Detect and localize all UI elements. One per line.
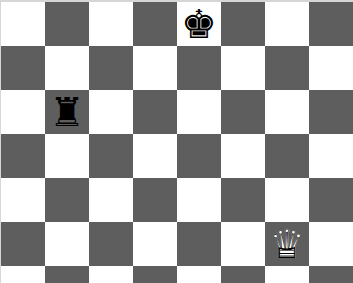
square-h3[interactable] (309, 222, 353, 266)
square-b3[interactable] (45, 222, 89, 266)
square-c2[interactable] (89, 266, 133, 283)
square-f3[interactable] (221, 222, 265, 266)
square-g8[interactable] (265, 2, 309, 46)
square-h2[interactable] (309, 266, 353, 283)
square-h4[interactable] (309, 178, 353, 222)
square-b4[interactable] (45, 178, 89, 222)
square-d6[interactable] (133, 90, 177, 134)
black-king[interactable]: ♚ (177, 2, 221, 46)
square-g5[interactable] (265, 134, 309, 178)
square-c7[interactable] (89, 46, 133, 90)
square-f7[interactable] (221, 46, 265, 90)
white-queen[interactable]: ♛♕ (265, 222, 309, 266)
square-a2[interactable] (1, 266, 45, 283)
square-c5[interactable] (89, 134, 133, 178)
square-h8[interactable] (309, 2, 353, 46)
square-f8[interactable] (221, 2, 265, 46)
square-a3[interactable] (1, 222, 45, 266)
square-f2[interactable] (221, 266, 265, 283)
square-b6[interactable]: ♜ (45, 90, 89, 134)
square-d3[interactable] (133, 222, 177, 266)
white-queen-outline-glyph: ♕ (265, 222, 309, 266)
square-c6[interactable] (89, 90, 133, 134)
square-a7[interactable] (1, 46, 45, 90)
square-c8[interactable] (89, 2, 133, 46)
square-e6[interactable] (177, 90, 221, 134)
square-g4[interactable] (265, 178, 309, 222)
square-a5[interactable] (1, 134, 45, 178)
square-g6[interactable] (265, 90, 309, 134)
square-d8[interactable] (133, 2, 177, 46)
square-h5[interactable] (309, 134, 353, 178)
square-f5[interactable] (221, 134, 265, 178)
square-a6[interactable] (1, 90, 45, 134)
square-f4[interactable] (221, 178, 265, 222)
square-e7[interactable] (177, 46, 221, 90)
chess-board: ♚♜♛♕ (1, 2, 353, 283)
square-e3[interactable] (177, 222, 221, 266)
square-d4[interactable] (133, 178, 177, 222)
square-b7[interactable] (45, 46, 89, 90)
square-b5[interactable] (45, 134, 89, 178)
black-king-glyph: ♚ (177, 2, 221, 46)
square-g3[interactable]: ♛♕ (265, 222, 309, 266)
black-rook-glyph: ♜ (45, 90, 89, 134)
square-b8[interactable] (45, 2, 89, 46)
square-g7[interactable] (265, 46, 309, 90)
square-f6[interactable] (221, 90, 265, 134)
square-c3[interactable] (89, 222, 133, 266)
square-a8[interactable] (1, 2, 45, 46)
square-a4[interactable] (1, 178, 45, 222)
square-d7[interactable] (133, 46, 177, 90)
black-rook[interactable]: ♜ (45, 90, 89, 134)
square-c4[interactable] (89, 178, 133, 222)
square-e5[interactable] (177, 134, 221, 178)
square-d2[interactable] (133, 266, 177, 283)
square-h6[interactable] (309, 90, 353, 134)
square-e2[interactable] (177, 266, 221, 283)
chess-board-frame: ♚♜♛♕ (0, 0, 353, 283)
square-g2[interactable] (265, 266, 309, 283)
square-b2[interactable] (45, 266, 89, 283)
square-e8[interactable]: ♚ (177, 2, 221, 46)
square-h7[interactable] (309, 46, 353, 90)
square-e4[interactable] (177, 178, 221, 222)
square-d5[interactable] (133, 134, 177, 178)
